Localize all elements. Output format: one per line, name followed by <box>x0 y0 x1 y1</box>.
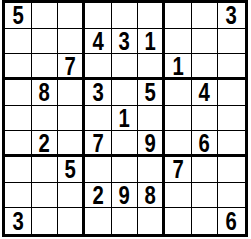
cell-r9c7[interactable] <box>165 208 192 234</box>
cell-r4c6[interactable]: 5 <box>138 80 165 106</box>
cell-r3c8[interactable] <box>192 54 219 80</box>
cell-r5c9[interactable] <box>218 106 245 132</box>
cell-r4c9[interactable] <box>218 80 245 106</box>
given-digit: 9 <box>145 131 156 155</box>
cell-r8c5[interactable]: 9 <box>112 183 139 209</box>
cell-r3c9[interactable] <box>218 54 245 80</box>
cell-r1c3[interactable] <box>58 3 85 29</box>
cell-r2c3[interactable] <box>58 29 85 55</box>
given-digit: 1 <box>172 54 183 78</box>
given-digit: 9 <box>119 183 130 208</box>
cell-r5c8[interactable] <box>192 106 219 132</box>
given-digit: 6 <box>199 131 210 155</box>
cell-r8c6[interactable]: 8 <box>138 183 165 209</box>
cell-r8c4[interactable]: 2 <box>85 183 112 209</box>
cell-r7c1[interactable] <box>5 157 32 183</box>
given-digit: 2 <box>92 183 103 208</box>
cell-r8c8[interactable] <box>192 183 219 209</box>
cell-r1c2[interactable] <box>32 3 59 29</box>
given-digit: 1 <box>145 29 156 54</box>
cell-r2c4[interactable]: 4 <box>85 29 112 55</box>
cell-r1c1[interactable]: 5 <box>5 3 32 29</box>
cell-r4c1[interactable] <box>5 80 32 106</box>
cell-r5c5[interactable]: 1 <box>112 106 139 132</box>
given-digit: 3 <box>12 208 23 234</box>
cell-r2c2[interactable] <box>32 29 59 55</box>
cell-r6c9[interactable] <box>218 131 245 157</box>
cell-r6c5[interactable] <box>112 131 139 157</box>
cell-r9c1[interactable]: 3 <box>5 208 32 234</box>
cell-r1c8[interactable] <box>192 3 219 29</box>
cell-r4c2[interactable]: 8 <box>32 80 59 106</box>
cell-r4c7[interactable] <box>165 80 192 106</box>
cell-r9c4[interactable] <box>85 208 112 234</box>
cell-r6c4[interactable]: 7 <box>85 131 112 157</box>
cell-r5c3[interactable] <box>58 106 85 132</box>
cell-r7c3[interactable]: 5 <box>58 157 85 183</box>
cell-r4c8[interactable]: 4 <box>192 80 219 106</box>
cell-r2c7[interactable] <box>165 29 192 55</box>
cell-r6c8[interactable]: 6 <box>192 131 219 157</box>
cell-r5c6[interactable] <box>138 106 165 132</box>
cell-r2c5[interactable]: 3 <box>112 29 139 55</box>
cell-r5c4[interactable] <box>85 106 112 132</box>
cell-r7c8[interactable] <box>192 157 219 183</box>
cell-r3c2[interactable] <box>32 54 59 80</box>
cell-r6c7[interactable] <box>165 131 192 157</box>
given-digit: 5 <box>12 3 23 28</box>
cell-r2c8[interactable] <box>192 29 219 55</box>
cell-r8c1[interactable] <box>5 183 32 209</box>
cell-r1c9[interactable]: 3 <box>218 3 245 29</box>
cell-r3c7[interactable]: 1 <box>165 54 192 80</box>
given-digit: 7 <box>92 131 103 155</box>
cell-r3c3[interactable]: 7 <box>58 54 85 80</box>
cell-r8c2[interactable] <box>32 183 59 209</box>
sudoku-board: 53431718354127965729836 <box>2 0 248 237</box>
cell-r6c3[interactable] <box>58 131 85 157</box>
cell-r2c1[interactable] <box>5 29 32 55</box>
cell-r2c6[interactable]: 1 <box>138 29 165 55</box>
cell-r9c2[interactable] <box>32 208 59 234</box>
cell-r4c4[interactable]: 3 <box>85 80 112 106</box>
cell-r9c9[interactable]: 6 <box>218 208 245 234</box>
cell-r8c3[interactable] <box>58 183 85 209</box>
given-digit: 1 <box>119 106 130 131</box>
cell-r5c2[interactable] <box>32 106 59 132</box>
cell-r7c4[interactable] <box>85 157 112 183</box>
cell-r1c6[interactable] <box>138 3 165 29</box>
cell-r8c7[interactable] <box>165 183 192 209</box>
cell-r3c5[interactable] <box>112 54 139 80</box>
given-digit: 4 <box>199 80 210 105</box>
cell-r2c9[interactable] <box>218 29 245 55</box>
given-digit: 6 <box>226 208 237 234</box>
cell-r3c1[interactable] <box>5 54 32 80</box>
given-digit: 8 <box>39 80 50 105</box>
given-digit: 2 <box>39 131 50 155</box>
cell-r7c9[interactable] <box>218 157 245 183</box>
given-digit: 3 <box>226 3 237 28</box>
cell-r6c1[interactable] <box>5 131 32 157</box>
given-digit: 5 <box>145 80 156 105</box>
given-digit: 7 <box>65 54 76 78</box>
cell-r9c6[interactable] <box>138 208 165 234</box>
cell-r8c9[interactable] <box>218 183 245 209</box>
cell-r9c3[interactable] <box>58 208 85 234</box>
cell-r9c5[interactable] <box>112 208 139 234</box>
given-digit: 8 <box>145 183 156 208</box>
given-digit: 3 <box>119 29 130 54</box>
cell-r5c1[interactable] <box>5 106 32 132</box>
given-digit: 4 <box>92 29 103 54</box>
cell-r7c5[interactable] <box>112 157 139 183</box>
cell-r6c2[interactable]: 2 <box>32 131 59 157</box>
cell-r7c2[interactable] <box>32 157 59 183</box>
cell-r9c8[interactable] <box>192 208 219 234</box>
cell-r7c7[interactable]: 7 <box>165 157 192 183</box>
cell-r7c6[interactable] <box>138 157 165 183</box>
cell-r1c7[interactable] <box>165 3 192 29</box>
cell-r3c4[interactable] <box>85 54 112 80</box>
cell-r1c5[interactable] <box>112 3 139 29</box>
given-digit: 3 <box>92 80 103 105</box>
cell-r4c3[interactable] <box>58 80 85 106</box>
given-digit: 7 <box>172 157 183 182</box>
cell-r4c5[interactable] <box>112 80 139 106</box>
cell-r5c7[interactable] <box>165 106 192 132</box>
given-digit: 5 <box>65 157 76 182</box>
cell-r6c6[interactable]: 9 <box>138 131 165 157</box>
cell-r1c4[interactable] <box>85 3 112 29</box>
cell-r3c6[interactable] <box>138 54 165 80</box>
